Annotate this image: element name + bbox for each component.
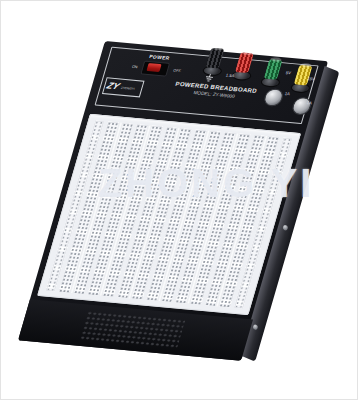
logo-subtext: ZHONGYI (120, 86, 134, 90)
vent-grille-icon (79, 311, 185, 349)
screw-icon (282, 224, 288, 231)
brand-logo: ZY ZHONGYI (102, 77, 145, 97)
off-label: OFF (172, 68, 180, 72)
rocker-switch-icon (146, 63, 161, 72)
knob-label: 1A (306, 101, 312, 105)
voltage-label-15v: 15V (307, 77, 315, 82)
logo-icon: ZY (105, 82, 121, 92)
product-photo: POWER ON OFF ZY ZHONGYI POWERED BREADBOA… (0, 0, 358, 400)
current-rating-label: 1.5A (225, 73, 235, 78)
screw-icon (252, 324, 258, 331)
on-label: ON (131, 65, 138, 69)
power-switch (140, 61, 170, 77)
powered-breadboard-unit: POWER ON OFF ZY ZHONGYI POWERED BREADBOA… (18, 41, 328, 361)
